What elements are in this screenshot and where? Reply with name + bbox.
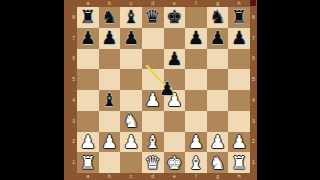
black-pawn[interactable]: ♟ [207,28,229,49]
black-bishop[interactable]: ♝ [120,7,142,28]
square-g8[interactable]: ♞ [207,7,229,28]
white-queen[interactable]: ♛ [142,152,164,173]
square-e7[interactable] [164,28,186,49]
square-h7[interactable]: ♟ [228,28,250,49]
file-label-b: b [99,173,121,180]
square-d8[interactable]: ♛ [142,7,164,28]
file-label-e: e [164,173,186,180]
square-a8[interactable]: ♜ [77,7,99,28]
black-bishop[interactable]: ♝ [99,90,121,111]
square-b2[interactable]: ♟ [99,132,121,153]
rank-label-3: 3 [64,111,77,132]
square-d3[interactable] [142,111,164,132]
rank-label-8: 8 [64,7,77,28]
square-b1[interactable] [99,152,121,173]
black-knight[interactable]: ♞ [99,7,121,28]
square-h1[interactable]: ♜ [228,152,250,173]
app-window: abcdefgh abcdefgh 87654321 87654321 ♜♞♝♛… [0,0,320,180]
square-b5[interactable] [99,69,121,90]
square-d7[interactable] [142,28,164,49]
square-a6[interactable] [77,49,99,70]
black-rook[interactable]: ♜ [77,7,99,28]
square-g3[interactable] [207,111,229,132]
square-e4[interactable]: ♟ [164,90,186,111]
white-pawn[interactable]: ♟ [120,132,142,153]
square-c8[interactable]: ♝ [120,7,142,28]
white-bishop[interactable]: ♝ [185,152,207,173]
square-b8[interactable]: ♞ [99,7,121,28]
square-a7[interactable]: ♟ [77,28,99,49]
rank-label-7: 7 [250,28,257,49]
square-a2[interactable]: ♟ [77,132,99,153]
square-b7[interactable]: ♟ [99,28,121,49]
square-a4[interactable] [77,90,99,111]
white-pawn[interactable]: ♟ [164,90,186,111]
square-c1[interactable] [120,152,142,173]
black-knight[interactable]: ♞ [207,7,229,28]
file-label-g: g [207,173,229,180]
file-label-f: f [185,173,207,180]
white-pawn[interactable]: ♟ [77,132,99,153]
square-e8[interactable]: ♚ [164,7,186,28]
square-h6[interactable] [228,49,250,70]
square-g6[interactable] [207,49,229,70]
white-pawn[interactable]: ♟ [207,132,229,153]
black-pawn[interactable]: ♟ [228,28,250,49]
black-rook[interactable]: ♜ [228,7,250,28]
file-label-c: c [120,173,142,180]
rank-label-2: 2 [64,132,77,153]
square-c4[interactable] [120,90,142,111]
square-b4[interactable]: ♝ [99,90,121,111]
white-pawn[interactable]: ♟ [185,132,207,153]
black-pawn[interactable]: ♟ [99,28,121,49]
square-h5[interactable] [228,69,250,90]
square-g7[interactable]: ♟ [207,28,229,49]
square-e2[interactable] [164,132,186,153]
square-e3[interactable] [164,111,186,132]
square-d2[interactable]: ♝ [142,132,164,153]
file-label-d: d [142,173,164,180]
file-label-a: a [77,173,99,180]
square-f3[interactable] [185,111,207,132]
black-pawn[interactable]: ♟ [185,28,207,49]
rank-label-4: 4 [64,90,77,111]
rank-label-1: 1 [64,152,77,173]
square-h2[interactable]: ♟ [228,132,250,153]
white-king[interactable]: ♚ [164,152,186,173]
white-knight[interactable]: ♞ [207,152,229,173]
square-d1[interactable]: ♛ [142,152,164,173]
rank-label-3: 3 [250,111,257,132]
square-f5[interactable] [185,69,207,90]
square-d4[interactable]: ♟ [142,90,164,111]
square-f1[interactable]: ♝ [185,152,207,173]
square-c3[interactable]: ♞ [120,111,142,132]
square-b6[interactable] [99,49,121,70]
square-e5[interactable] [164,69,186,90]
black-pawn[interactable]: ♟ [164,49,186,70]
chess-board: abcdefgh abcdefgh 87654321 87654321 ♜♞♝♛… [64,0,257,180]
black-pawn[interactable]: ♟ [120,28,142,49]
rank-label-5: 5 [64,69,77,90]
square-g1[interactable]: ♞ [207,152,229,173]
rank-label-6: 6 [250,49,257,70]
black-queen[interactable]: ♛ [142,7,164,28]
move-indicator-dot [250,0,256,6]
square-f6[interactable] [185,49,207,70]
board-grid: ♜♞♝♛♚♞♜♟♟♟♟♟♟♟♝♟♟♞♟♟♟♝♟♟♟♜♛♚♝♞♜ [77,7,250,173]
square-c7[interactable]: ♟ [120,28,142,49]
square-d5[interactable] [142,69,164,90]
white-knight[interactable]: ♞ [120,111,142,132]
white-pawn[interactable]: ♟ [228,132,250,153]
square-h4[interactable] [228,90,250,111]
square-a1[interactable]: ♜ [77,152,99,173]
rank-label-5: 5 [250,69,257,90]
square-c5[interactable] [120,69,142,90]
square-c2[interactable]: ♟ [120,132,142,153]
square-b3[interactable] [99,111,121,132]
black-pawn[interactable]: ♟ [77,28,99,49]
square-f4[interactable] [185,90,207,111]
black-king[interactable]: ♚ [164,7,186,28]
square-e1[interactable]: ♚ [164,152,186,173]
white-pawn[interactable]: ♟ [142,90,164,111]
rank-label-8: 8 [250,7,257,28]
square-g5[interactable] [207,69,229,90]
square-a3[interactable] [77,111,99,132]
rank-label-2: 2 [250,132,257,153]
square-f7[interactable]: ♟ [185,28,207,49]
square-f8[interactable] [185,7,207,28]
square-a5[interactable] [77,69,99,90]
rank-label-4: 4 [250,90,257,111]
square-h3[interactable] [228,111,250,132]
white-rook[interactable]: ♜ [228,152,250,173]
file-label-h: h [228,173,250,180]
square-d6[interactable] [142,49,164,70]
square-f2[interactable]: ♟ [185,132,207,153]
rank-label-6: 6 [64,49,77,70]
white-bishop[interactable]: ♝ [142,132,164,153]
square-g2[interactable]: ♟ [207,132,229,153]
white-pawn[interactable]: ♟ [99,132,121,153]
rank-label-1: 1 [250,152,257,173]
square-g4[interactable] [207,90,229,111]
square-c6[interactable] [120,49,142,70]
rank-labels-left: 87654321 [64,7,77,173]
file-label-f: f [185,0,207,7]
rank-label-7: 7 [64,28,77,49]
square-h8[interactable]: ♜ [228,7,250,28]
rank-labels-right: 87654321 [250,7,257,173]
file-labels-bottom: abcdefgh [77,173,250,180]
square-e6[interactable]: ♟ [164,49,186,70]
white-rook[interactable]: ♜ [77,152,99,173]
